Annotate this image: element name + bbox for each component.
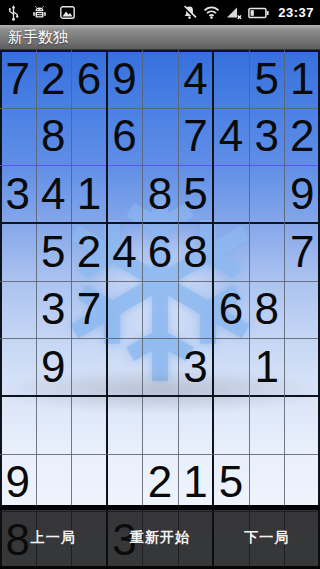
cell-r1c2[interactable]: 2	[36, 50, 72, 108]
cell-r7c4[interactable]	[107, 396, 143, 454]
cell-r4c9[interactable]: 7	[284, 223, 320, 281]
cell-r4c6[interactable]: 8	[178, 223, 214, 281]
cell-r6c4[interactable]	[107, 338, 143, 396]
cell-r8c6[interactable]: 1	[178, 454, 214, 512]
cell-r5c6[interactable]	[178, 281, 214, 339]
cell-r3c9[interactable]: 9	[284, 165, 320, 223]
phone-screen: 23:37 新手数独 ❄ 726945186743234185952468737…	[0, 0, 320, 569]
cell-r3c5[interactable]: 8	[142, 165, 178, 223]
cell-r8c7[interactable]: 5	[213, 454, 249, 512]
cell-r4c3[interactable]: 2	[71, 223, 107, 281]
cell-r3c3[interactable]: 1	[71, 165, 107, 223]
cell-r6c8[interactable]: 1	[249, 338, 285, 396]
cell-r3c8[interactable]	[249, 165, 285, 223]
bottom-nav-bar: 上一局 重新开始 下一局	[0, 505, 320, 569]
cell-r8c8[interactable]	[249, 454, 285, 512]
cell-r7c6[interactable]	[178, 396, 214, 454]
cell-r5c4[interactable]	[107, 281, 143, 339]
cell-r3c4[interactable]	[107, 165, 143, 223]
cell-r5c3[interactable]: 7	[71, 281, 107, 339]
adb-debug-icon	[32, 5, 47, 20]
app-title: 新手数独	[8, 28, 68, 47]
cell-r2c4[interactable]: 6	[107, 108, 143, 166]
cell-r2c2[interactable]: 8	[36, 108, 72, 166]
signal-no-data-icon	[226, 6, 242, 20]
restart-button[interactable]: 重新开始	[107, 510, 214, 566]
cell-r4c1[interactable]	[0, 223, 36, 281]
cell-r2c3[interactable]	[71, 108, 107, 166]
cell-r4c5[interactable]: 6	[142, 223, 178, 281]
cell-r6c9[interactable]	[284, 338, 320, 396]
cell-r7c1[interactable]	[0, 396, 36, 454]
cell-r8c5[interactable]: 2	[142, 454, 178, 512]
status-time: 23:37	[278, 5, 314, 20]
cell-r3c7[interactable]	[213, 165, 249, 223]
previous-game-button[interactable]: 上一局	[0, 510, 107, 566]
cell-r7c9[interactable]	[284, 396, 320, 454]
cell-r5c1[interactable]	[0, 281, 36, 339]
cell-r4c7[interactable]	[213, 223, 249, 281]
cell-r2c8[interactable]: 3	[249, 108, 285, 166]
mute-icon	[182, 5, 197, 20]
cell-r5c5[interactable]	[142, 281, 178, 339]
sudoku-board: ❄ 72694518674323418595246873768931921583	[0, 50, 320, 569]
cell-r1c5[interactable]	[142, 50, 178, 108]
cell-r3c2[interactable]: 4	[36, 165, 72, 223]
cell-r2c1[interactable]	[0, 108, 36, 166]
cell-r7c7[interactable]	[213, 396, 249, 454]
cell-r2c5[interactable]	[142, 108, 178, 166]
cell-r5c8[interactable]: 8	[249, 281, 285, 339]
cell-r3c1[interactable]: 3	[0, 165, 36, 223]
cell-r8c1[interactable]: 9	[0, 454, 36, 512]
cell-r6c6[interactable]: 3	[178, 338, 214, 396]
next-game-button[interactable]: 下一局	[213, 510, 320, 566]
screenshot-icon	[60, 6, 75, 19]
cell-r6c3[interactable]	[71, 338, 107, 396]
wifi-icon	[203, 6, 220, 19]
cell-r2c7[interactable]: 4	[213, 108, 249, 166]
grid-cells: 72694518674323418595246873768931921583	[0, 50, 320, 569]
status-left-icons	[0, 5, 75, 21]
cell-r6c5[interactable]	[142, 338, 178, 396]
status-bar: 23:37	[0, 0, 320, 25]
status-right-icons: 23:37	[182, 5, 320, 20]
cell-r1c1[interactable]: 7	[0, 50, 36, 108]
cell-r2c9[interactable]: 2	[284, 108, 320, 166]
cell-r2c6[interactable]: 7	[178, 108, 214, 166]
usb-icon	[8, 5, 19, 21]
cell-r1c4[interactable]: 9	[107, 50, 143, 108]
cell-r8c4[interactable]	[107, 454, 143, 512]
cell-r1c9[interactable]: 1	[284, 50, 320, 108]
cell-r8c2[interactable]	[36, 454, 72, 512]
cell-r6c1[interactable]	[0, 338, 36, 396]
cell-r7c5[interactable]	[142, 396, 178, 454]
cell-r7c2[interactable]	[36, 396, 72, 454]
battery-icon	[248, 7, 269, 19]
cell-r8c9[interactable]	[284, 454, 320, 512]
cell-r1c8[interactable]: 5	[249, 50, 285, 108]
cell-r5c9[interactable]	[284, 281, 320, 339]
cell-r7c8[interactable]	[249, 396, 285, 454]
cell-r5c2[interactable]: 3	[36, 281, 72, 339]
cell-r7c3[interactable]	[71, 396, 107, 454]
cell-r4c8[interactable]	[249, 223, 285, 281]
cell-r1c6[interactable]: 4	[178, 50, 214, 108]
cell-r8c3[interactable]	[71, 454, 107, 512]
title-bar: 新手数独	[0, 25, 320, 50]
cell-r6c7[interactable]	[213, 338, 249, 396]
cell-r5c7[interactable]: 6	[213, 281, 249, 339]
cell-r4c2[interactable]: 5	[36, 223, 72, 281]
cell-r1c3[interactable]: 6	[71, 50, 107, 108]
cell-r3c6[interactable]: 5	[178, 165, 214, 223]
cell-r6c2[interactable]: 9	[36, 338, 72, 396]
cell-r4c4[interactable]: 4	[107, 223, 143, 281]
cell-r1c7[interactable]	[213, 50, 249, 108]
